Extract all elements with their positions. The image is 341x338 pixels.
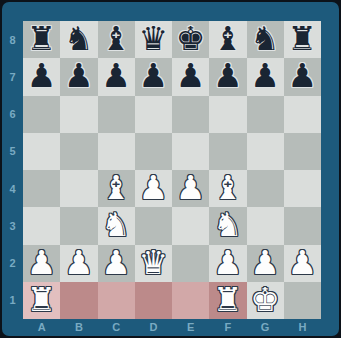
square-h2[interactable]: ♟ — [284, 245, 321, 282]
black-pawn[interactable]: ♟ — [213, 59, 243, 92]
square-a1[interactable]: ♜ — [23, 282, 60, 319]
black-pawn[interactable]: ♟ — [176, 59, 206, 92]
square-c3[interactable]: ♞ — [98, 207, 135, 244]
file-label-e: E — [172, 319, 209, 335]
square-f1[interactable]: ♜ — [209, 282, 246, 319]
square-a8[interactable]: ♜ — [23, 21, 60, 58]
black-king[interactable]: ♚ — [176, 22, 206, 55]
square-g3[interactable] — [247, 207, 284, 244]
square-g1[interactable]: ♚ — [247, 282, 284, 319]
square-b2[interactable]: ♟ — [60, 245, 97, 282]
square-d4[interactable]: ♟ — [135, 170, 172, 207]
rank-labels: 87654321 — [2, 21, 23, 319]
square-h3[interactable] — [284, 207, 321, 244]
rank-label-5: 5 — [2, 133, 23, 170]
rank-label-8: 8 — [2, 21, 23, 58]
square-d3[interactable] — [135, 207, 172, 244]
rank-label-2: 2 — [2, 245, 23, 282]
square-f7[interactable]: ♟ — [209, 58, 246, 95]
square-d2[interactable]: ♛ — [135, 245, 172, 282]
square-h8[interactable]: ♜ — [284, 21, 321, 58]
square-g7[interactable]: ♟ — [247, 58, 284, 95]
black-bishop[interactable]: ♝ — [213, 22, 243, 55]
square-f4[interactable]: ♝ — [209, 170, 246, 207]
square-a7[interactable]: ♟ — [23, 58, 60, 95]
square-f8[interactable]: ♝ — [209, 21, 246, 58]
white-rook[interactable]: ♜ — [27, 283, 57, 316]
square-c5[interactable] — [98, 133, 135, 170]
square-f2[interactable]: ♟ — [209, 245, 246, 282]
file-label-b: B — [60, 319, 97, 335]
white-knight[interactable]: ♞ — [213, 208, 243, 241]
square-h7[interactable]: ♟ — [284, 58, 321, 95]
white-pawn[interactable]: ♟ — [213, 246, 243, 279]
white-pawn[interactable]: ♟ — [101, 246, 131, 279]
square-a4[interactable] — [23, 170, 60, 207]
square-d8[interactable]: ♛ — [135, 21, 172, 58]
square-g5[interactable] — [247, 133, 284, 170]
square-g4[interactable] — [247, 170, 284, 207]
square-b3[interactable] — [60, 207, 97, 244]
rank-label-6: 6 — [2, 96, 23, 133]
square-c6[interactable] — [98, 96, 135, 133]
black-pawn[interactable]: ♟ — [27, 59, 57, 92]
square-b1[interactable] — [60, 282, 97, 319]
square-b7[interactable]: ♟ — [60, 58, 97, 95]
square-c2[interactable]: ♟ — [98, 245, 135, 282]
white-queen[interactable]: ♛ — [139, 246, 169, 279]
black-pawn[interactable]: ♟ — [64, 59, 94, 92]
file-label-f: F — [209, 319, 246, 335]
square-g2[interactable]: ♟ — [247, 245, 284, 282]
square-e4[interactable]: ♟ — [172, 170, 209, 207]
square-h5[interactable] — [284, 133, 321, 170]
white-knight[interactable]: ♞ — [101, 208, 131, 241]
square-h1[interactable] — [284, 282, 321, 319]
square-d7[interactable]: ♟ — [135, 58, 172, 95]
square-e5[interactable] — [172, 133, 209, 170]
file-label-h: H — [284, 319, 321, 335]
white-king[interactable]: ♚ — [250, 283, 280, 316]
white-bishop[interactable]: ♝ — [101, 171, 131, 204]
square-a3[interactable] — [23, 207, 60, 244]
square-d1[interactable] — [135, 282, 172, 319]
square-c1[interactable] — [98, 282, 135, 319]
square-b4[interactable] — [60, 170, 97, 207]
square-b6[interactable] — [60, 96, 97, 133]
file-label-a: A — [23, 319, 60, 335]
file-label-d: D — [135, 319, 172, 335]
chess-board[interactable]: ♜♞♝♛♚♝♞♜♟♟♟♟♟♟♟♟♝♟♟♝♞♞♟♟♟♛♟♟♟♜♜♚ — [23, 21, 321, 319]
square-c4[interactable]: ♝ — [98, 170, 135, 207]
black-rook[interactable]: ♜ — [27, 22, 57, 55]
white-pawn[interactable]: ♟ — [288, 246, 318, 279]
square-e2[interactable] — [172, 245, 209, 282]
square-g8[interactable]: ♞ — [247, 21, 284, 58]
black-pawn[interactable]: ♟ — [250, 59, 280, 92]
rank-label-4: 4 — [2, 170, 23, 207]
square-e7[interactable]: ♟ — [172, 58, 209, 95]
white-pawn[interactable]: ♟ — [139, 171, 169, 204]
white-pawn[interactable]: ♟ — [64, 246, 94, 279]
square-b8[interactable]: ♞ — [60, 21, 97, 58]
white-rook[interactable]: ♜ — [213, 283, 243, 316]
rank-label-1: 1 — [2, 282, 23, 319]
file-labels: ABCDEFGH — [23, 319, 321, 335]
square-f5[interactable] — [209, 133, 246, 170]
black-pawn[interactable]: ♟ — [139, 59, 169, 92]
white-pawn[interactable]: ♟ — [176, 171, 206, 204]
square-f6[interactable] — [209, 96, 246, 133]
square-d5[interactable] — [135, 133, 172, 170]
square-a6[interactable] — [23, 96, 60, 133]
rank-label-7: 7 — [2, 58, 23, 95]
black-pawn[interactable]: ♟ — [288, 59, 318, 92]
white-pawn[interactable]: ♟ — [250, 246, 280, 279]
square-e8[interactable]: ♚ — [172, 21, 209, 58]
black-knight[interactable]: ♞ — [64, 22, 94, 55]
square-a2[interactable]: ♟ — [23, 245, 60, 282]
square-g6[interactable] — [247, 96, 284, 133]
file-label-g: G — [247, 319, 284, 335]
file-label-c: C — [98, 319, 135, 335]
white-pawn[interactable]: ♟ — [27, 246, 57, 279]
square-c8[interactable]: ♝ — [98, 21, 135, 58]
black-queen[interactable]: ♛ — [139, 22, 169, 55]
square-f3[interactable]: ♞ — [209, 207, 246, 244]
square-e6[interactable] — [172, 96, 209, 133]
square-e1[interactable] — [172, 282, 209, 319]
square-h4[interactable] — [284, 170, 321, 207]
square-h6[interactable] — [284, 96, 321, 133]
square-d6[interactable] — [135, 96, 172, 133]
black-knight[interactable]: ♞ — [250, 22, 280, 55]
black-bishop[interactable]: ♝ — [101, 22, 131, 55]
square-a5[interactable] — [23, 133, 60, 170]
square-b5[interactable] — [60, 133, 97, 170]
black-rook[interactable]: ♜ — [288, 22, 318, 55]
white-bishop[interactable]: ♝ — [213, 171, 243, 204]
black-pawn[interactable]: ♟ — [101, 59, 131, 92]
rank-label-3: 3 — [2, 207, 23, 244]
square-e3[interactable] — [172, 207, 209, 244]
square-c7[interactable]: ♟ — [98, 58, 135, 95]
